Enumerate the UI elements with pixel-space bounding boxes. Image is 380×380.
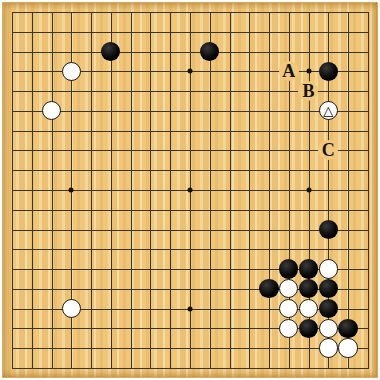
white-stone: [319, 259, 338, 278]
white-stone: [279, 319, 298, 338]
white-stone: [62, 62, 81, 81]
white-stone: [299, 299, 318, 318]
point-label-A[interactable]: A: [279, 61, 299, 81]
black-stone: [200, 42, 219, 61]
point-label-B[interactable]: B: [298, 81, 318, 101]
white-stone: [279, 279, 298, 298]
go-board: △ABC: [0, 0, 380, 380]
white-stone: [319, 338, 338, 357]
black-stone: [319, 299, 338, 318]
black-stone: [299, 259, 318, 278]
star-point: [306, 188, 311, 193]
white-stone: [279, 299, 298, 318]
triangle-marker-icon: △: [323, 104, 333, 117]
white-stone: [62, 299, 81, 318]
white-stone: [319, 319, 338, 338]
black-stone: [299, 319, 318, 338]
black-stone: [319, 279, 338, 298]
black-stone: [319, 62, 338, 81]
black-stone: [279, 259, 298, 278]
star-point: [69, 188, 74, 193]
black-stone: [259, 279, 278, 298]
black-stone: [338, 319, 357, 338]
star-point: [188, 188, 193, 193]
black-stone: [319, 220, 338, 239]
black-stone: [299, 279, 318, 298]
white-stone: [42, 101, 61, 120]
white-stone: [338, 338, 357, 357]
star-point: [306, 69, 311, 74]
black-stone: [101, 42, 120, 61]
white-stone-triangle-marked: △: [319, 101, 338, 120]
point-label-C[interactable]: C: [318, 140, 338, 160]
star-point: [188, 69, 193, 74]
star-point: [188, 306, 193, 311]
